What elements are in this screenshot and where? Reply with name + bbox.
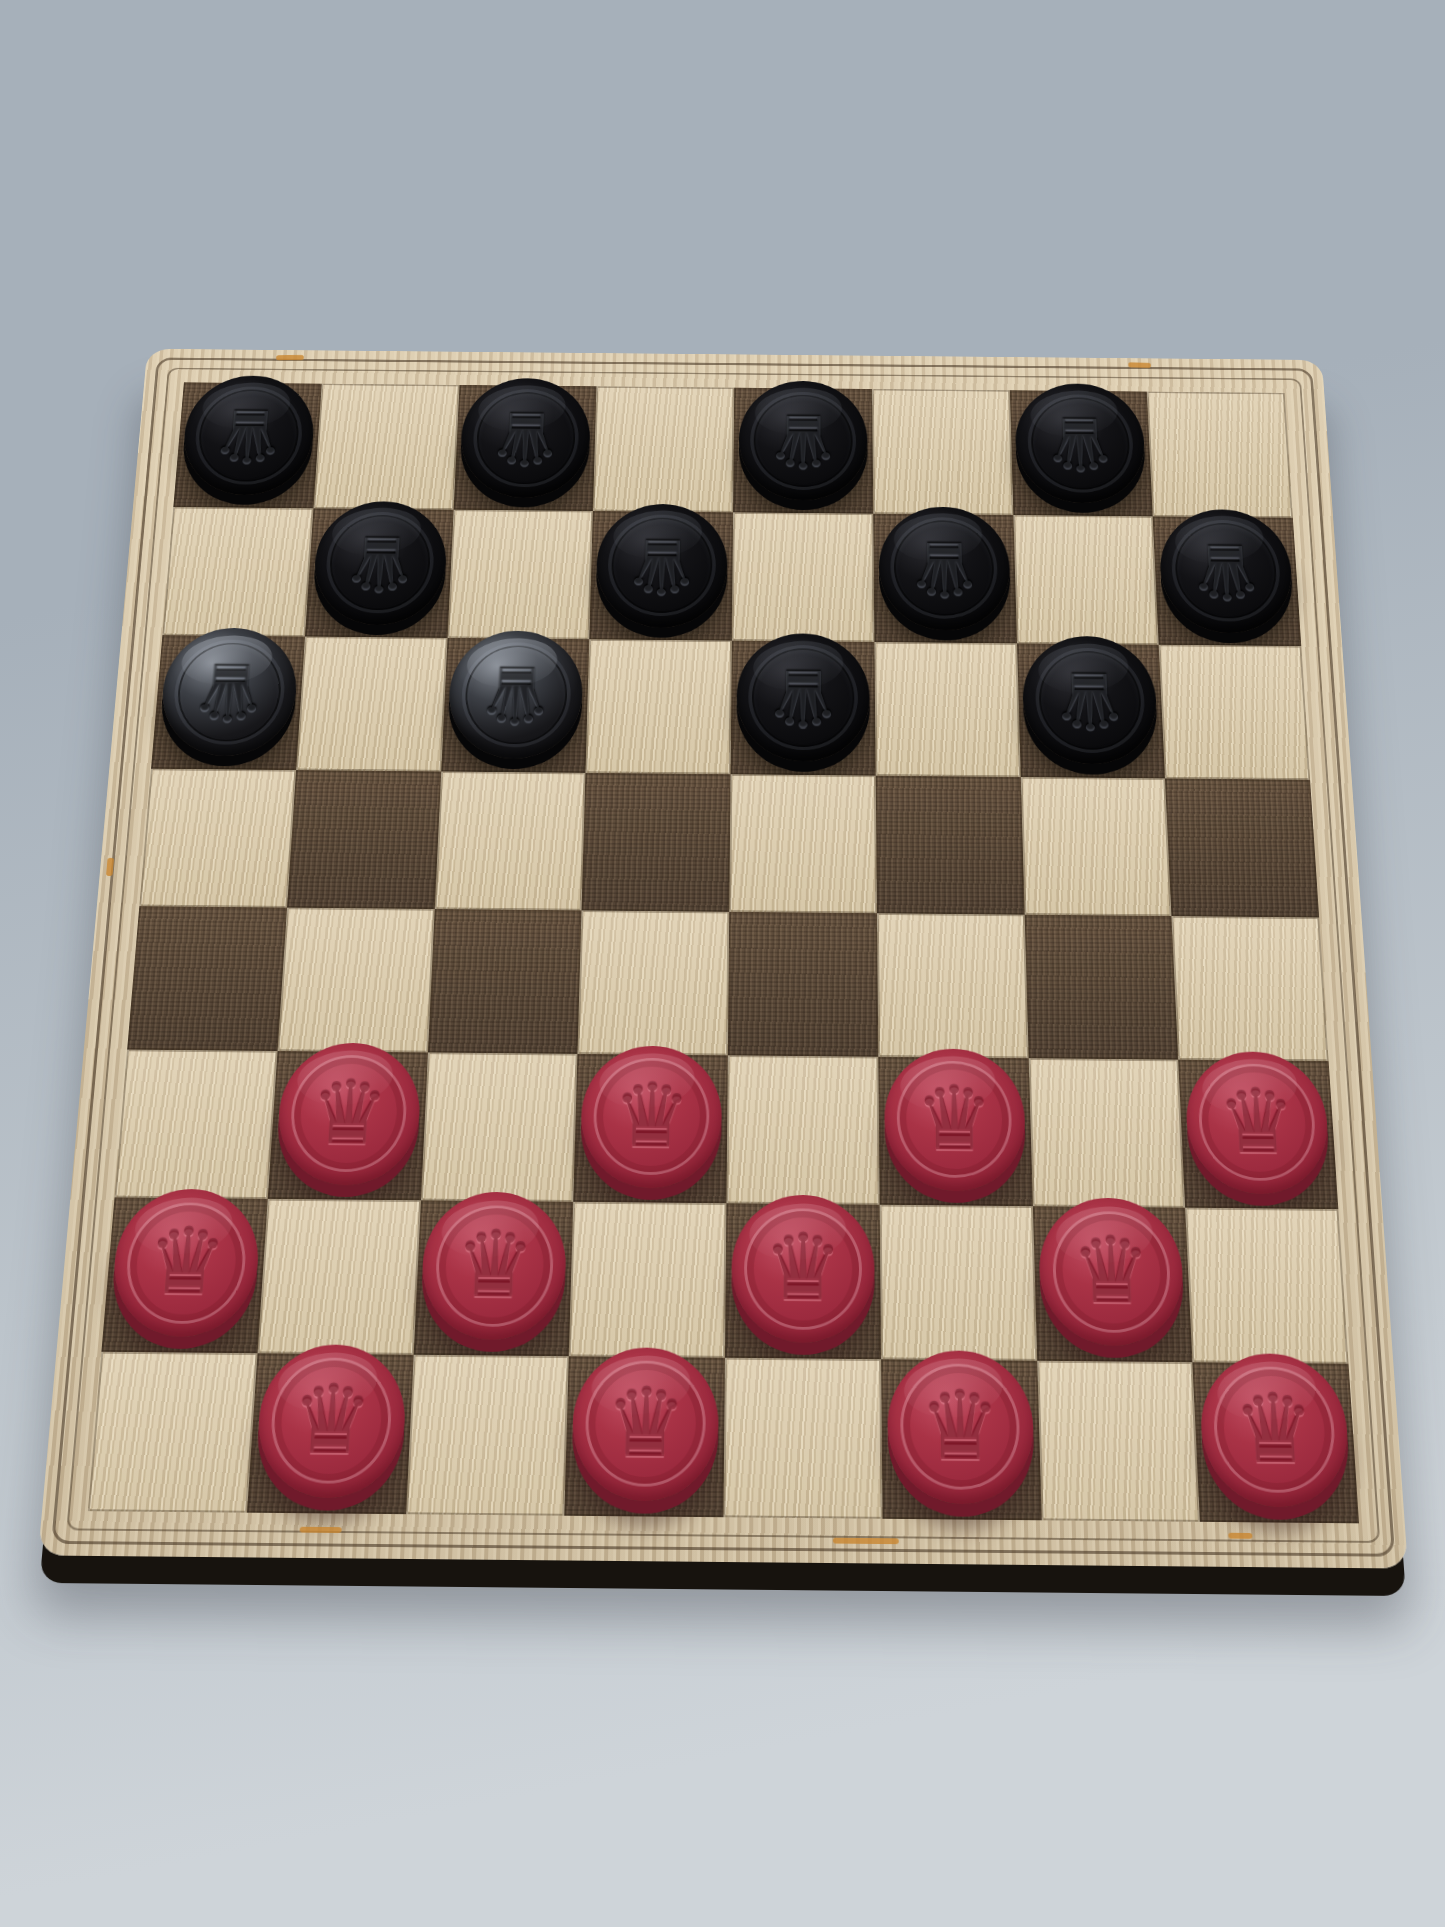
square-r6c3[interactable]: [420, 1052, 577, 1202]
square-r3c8[interactable]: [1158, 645, 1309, 780]
square-r3c7[interactable]: ♛: [1016, 643, 1165, 778]
square-r1c8[interactable]: [1147, 392, 1293, 518]
crown-emblem: ♛: [107, 1183, 262, 1344]
red-man[interactable]: ♛: [883, 1048, 1026, 1192]
square-r7c4[interactable]: [569, 1202, 726, 1357]
black-man[interactable]: ♛: [458, 378, 591, 498]
table-background: ♛♛♛♛♛♛♛♛♛♛♛♛♛♛♛♛♛♛♛♛♛♛♛♛: [0, 0, 1445, 1927]
square-r4c8[interactable]: [1165, 778, 1319, 917]
square-r3c6[interactable]: [874, 642, 1020, 777]
crown-emblem: ♛: [883, 1042, 1026, 1197]
crown-emblem: ♛: [179, 371, 317, 501]
square-r2c3[interactable]: [447, 509, 593, 639]
wood-blemish: [275, 355, 303, 360]
red-man[interactable]: ♛: [1197, 1353, 1351, 1508]
square-r5c8[interactable]: [1171, 916, 1328, 1061]
black-man[interactable]: ♛: [1157, 509, 1295, 634]
red-man[interactable]: ♛: [274, 1042, 422, 1186]
square-r8c7[interactable]: [1036, 1360, 1199, 1522]
square-r1c3[interactable]: ♛: [453, 385, 596, 511]
square-r7c2[interactable]: [257, 1199, 420, 1354]
square-r7c1[interactable]: ♛: [101, 1197, 267, 1352]
square-r4c5[interactable]: [729, 774, 876, 913]
square-r2c1[interactable]: [162, 507, 313, 637]
square-r1c1[interactable]: ♛: [173, 382, 321, 508]
crown-emblem: ♛: [1197, 1347, 1352, 1514]
square-r7c5[interactable]: ♛: [724, 1203, 880, 1359]
red-man[interactable]: ♛: [886, 1350, 1034, 1505]
crown-emblem: ♛: [730, 1189, 874, 1350]
square-r7c6[interactable]: [879, 1205, 1036, 1361]
checkers-board: ♛♛♛♛♛♛♛♛♛♛♛♛♛♛♛♛♛♛♛♛♛♛♛♛: [38, 349, 1408, 1569]
square-r4c1[interactable]: [139, 768, 296, 907]
square-r4c3[interactable]: [434, 771, 585, 910]
wood-blemish: [1128, 362, 1150, 368]
square-r2c5[interactable]: [731, 512, 873, 642]
square-r2c4[interactable]: ♛: [589, 511, 733, 641]
wood-blemish: [1228, 1533, 1252, 1539]
square-r5c3[interactable]: [427, 909, 581, 1053]
square-r6c2[interactable]: ♛: [267, 1051, 427, 1201]
square-r1c6[interactable]: [871, 389, 1012, 515]
square-r3c4[interactable]: [585, 639, 731, 774]
red-man[interactable]: ♛: [570, 1347, 719, 1502]
square-r2c6[interactable]: ♛: [873, 513, 1017, 643]
red-man[interactable]: ♛: [1183, 1051, 1331, 1195]
square-r8c5[interactable]: [723, 1357, 882, 1519]
square-r7c3[interactable]: ♛: [413, 1200, 573, 1355]
black-man[interactable]: ♛: [595, 503, 728, 628]
red-man[interactable]: ♛: [1037, 1198, 1185, 1347]
square-r2c2[interactable]: ♛: [304, 508, 452, 638]
crown-emblem: ♛: [1021, 631, 1159, 770]
square-r5c7[interactable]: [1024, 915, 1178, 1060]
crown-emblem: ♛: [419, 1186, 568, 1347]
red-man[interactable]: ♛: [579, 1045, 722, 1189]
black-man[interactable]: ♛: [1021, 636, 1159, 765]
black-man[interactable]: ♛: [157, 628, 300, 757]
square-r6c6[interactable]: ♛: [878, 1056, 1032, 1206]
square-r3c3[interactable]: ♛: [440, 638, 589, 773]
board-grid: ♛♛♛♛♛♛♛♛♛♛♛♛♛♛♛♛♛♛♛♛♛♛♛♛: [87, 382, 1358, 1523]
square-r1c4[interactable]: [593, 386, 734, 512]
square-r8c1[interactable]: [87, 1351, 256, 1512]
square-r6c5[interactable]: [726, 1055, 879, 1205]
square-r4c4[interactable]: [581, 772, 730, 911]
crown-emblem: ♛: [886, 1344, 1035, 1511]
red-man[interactable]: ♛: [108, 1189, 262, 1338]
square-r7c8[interactable]: [1185, 1208, 1348, 1364]
black-man[interactable]: ♛: [179, 375, 316, 495]
square-r6c8[interactable]: ♛: [1178, 1059, 1338, 1209]
square-r4c2[interactable]: [286, 770, 440, 909]
crown-emblem: ♛: [594, 499, 727, 633]
square-r3c5[interactable]: ♛: [730, 641, 875, 776]
black-man[interactable]: ♛: [738, 381, 867, 501]
square-r6c7[interactable]: [1028, 1058, 1185, 1208]
square-r8c4[interactable]: ♛: [564, 1356, 724, 1517]
square-r2c7[interactable]: [1012, 515, 1158, 645]
square-r3c1[interactable]: ♛: [151, 635, 305, 770]
crown-emblem: ♛: [157, 623, 300, 762]
black-man[interactable]: ♛: [446, 630, 584, 759]
square-r5c2[interactable]: [277, 908, 434, 1052]
crown-emblem: ♛: [579, 1040, 722, 1195]
black-man[interactable]: ♛: [310, 501, 448, 626]
crown-emblem: ♛: [458, 373, 591, 503]
crown-emblem: ♛: [570, 1341, 719, 1508]
square-r5c4[interactable]: [577, 910, 729, 1054]
square-r8c2[interactable]: ♛: [246, 1353, 412, 1514]
square-r8c3[interactable]: [405, 1354, 568, 1515]
crown-emblem: ♛: [1183, 1045, 1332, 1200]
square-r8c8[interactable]: ♛: [1192, 1362, 1358, 1524]
square-r4c7[interactable]: [1020, 777, 1171, 916]
wood-blemish: [105, 858, 113, 876]
crown-emblem: ♛: [1014, 379, 1147, 509]
crown-emblem: ♛: [735, 628, 869, 767]
square-r1c2[interactable]: [313, 384, 459, 510]
crown-emblem: ♛: [1157, 504, 1295, 639]
crown-emblem: ♛: [1037, 1192, 1186, 1353]
wood-blemish: [299, 1527, 341, 1533]
black-man[interactable]: ♛: [878, 506, 1011, 631]
square-r6c4[interactable]: ♛: [573, 1053, 727, 1203]
square-r1c7[interactable]: ♛: [1009, 390, 1152, 516]
crown-emblem: ♛: [253, 1338, 408, 1505]
crown-emblem: ♛: [273, 1037, 422, 1192]
square-r3c2[interactable]: [295, 637, 446, 772]
wood-blemish: [832, 1538, 898, 1544]
square-r5c5[interactable]: [727, 912, 877, 1056]
square-r5c6[interactable]: [876, 913, 1028, 1058]
red-man[interactable]: ♛: [253, 1344, 407, 1499]
red-man[interactable]: ♛: [419, 1192, 567, 1341]
crown-emblem: ♛: [446, 625, 584, 764]
square-r7c7[interactable]: ♛: [1032, 1206, 1192, 1362]
square-r4c6[interactable]: [875, 775, 1024, 914]
square-r5c1[interactable]: [127, 906, 287, 1050]
crown-emblem: ♛: [738, 376, 868, 506]
square-r2c8[interactable]: ♛: [1152, 516, 1300, 646]
square-r1c5[interactable]: ♛: [733, 388, 873, 514]
square-r6c1[interactable]: [114, 1049, 277, 1199]
crown-emblem: ♛: [878, 501, 1011, 636]
black-man[interactable]: ♛: [1014, 383, 1147, 504]
red-man[interactable]: ♛: [730, 1195, 874, 1344]
crown-emblem: ♛: [310, 496, 448, 630]
square-r8c6[interactable]: ♛: [880, 1359, 1040, 1521]
black-man[interactable]: ♛: [736, 633, 870, 762]
